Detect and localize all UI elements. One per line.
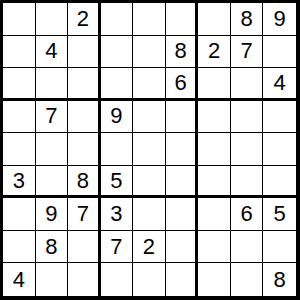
cell-r3c8[interactable]: [231, 68, 264, 101]
cell-r3c6[interactable]: 6: [166, 68, 199, 101]
cell-r7c1[interactable]: [3, 198, 36, 231]
cell-r6c2[interactable]: [36, 166, 69, 199]
cell-r5c5[interactable]: [133, 133, 166, 166]
cell-r8c1[interactable]: [3, 231, 36, 264]
cell-r6c6[interactable]: [166, 166, 199, 199]
cell-r5c7[interactable]: [198, 133, 231, 166]
cell-r8c4[interactable]: 7: [101, 231, 134, 264]
cell-r9c9[interactable]: 8: [263, 263, 296, 296]
cell-r5c9[interactable]: [263, 133, 296, 166]
cell-r4c8[interactable]: [231, 101, 264, 134]
cell-r2c8[interactable]: 7: [231, 36, 264, 69]
cell-r5c3[interactable]: [68, 133, 101, 166]
cell-r9c6[interactable]: [166, 263, 199, 296]
cell-r4c5[interactable]: [133, 101, 166, 134]
sudoku-board: 289482764793859736587248: [0, 0, 300, 300]
cell-r7c6[interactable]: [166, 198, 199, 231]
cell-r3c3[interactable]: [68, 68, 101, 101]
cell-r8c6[interactable]: [166, 231, 199, 264]
cell-r1c6[interactable]: [166, 3, 199, 36]
cell-r6c4[interactable]: 5: [101, 166, 134, 199]
cell-r1c3[interactable]: 2: [68, 3, 101, 36]
cell-r8c7[interactable]: [198, 231, 231, 264]
cell-r9c1[interactable]: 4: [3, 263, 36, 296]
cell-r1c4[interactable]: [101, 3, 134, 36]
cell-r9c5[interactable]: [133, 263, 166, 296]
cell-r7c4[interactable]: 3: [101, 198, 134, 231]
cell-r5c6[interactable]: [166, 133, 199, 166]
cell-r8c2[interactable]: 8: [36, 231, 69, 264]
cell-r7c7[interactable]: [198, 198, 231, 231]
cell-r4c7[interactable]: [198, 101, 231, 134]
cell-r5c2[interactable]: [36, 133, 69, 166]
cell-r1c5[interactable]: [133, 3, 166, 36]
cell-r3c4[interactable]: [101, 68, 134, 101]
cell-r4c2[interactable]: 7: [36, 101, 69, 134]
cell-r4c9[interactable]: [263, 101, 296, 134]
cell-r5c1[interactable]: [3, 133, 36, 166]
cell-r1c8[interactable]: 8: [231, 3, 264, 36]
cell-r8c8[interactable]: [231, 231, 264, 264]
cell-r9c3[interactable]: [68, 263, 101, 296]
cell-r8c5[interactable]: 2: [133, 231, 166, 264]
cell-r9c4[interactable]: [101, 263, 134, 296]
cell-r1c9[interactable]: 9: [263, 3, 296, 36]
cell-r3c9[interactable]: 4: [263, 68, 296, 101]
cell-r7c2[interactable]: 9: [36, 198, 69, 231]
cell-r2c4[interactable]: [101, 36, 134, 69]
cell-r6c8[interactable]: [231, 166, 264, 199]
cell-r3c7[interactable]: [198, 68, 231, 101]
cell-r2c9[interactable]: [263, 36, 296, 69]
cell-r3c2[interactable]: [36, 68, 69, 101]
cell-r9c8[interactable]: [231, 263, 264, 296]
cell-r2c5[interactable]: [133, 36, 166, 69]
cell-r6c7[interactable]: [198, 166, 231, 199]
cell-r6c1[interactable]: 3: [3, 166, 36, 199]
cell-r8c9[interactable]: [263, 231, 296, 264]
cell-r7c5[interactable]: [133, 198, 166, 231]
cell-r9c2[interactable]: [36, 263, 69, 296]
cell-r1c7[interactable]: [198, 3, 231, 36]
cell-r8c3[interactable]: [68, 231, 101, 264]
cell-r3c1[interactable]: [3, 68, 36, 101]
cell-r4c4[interactable]: 9: [101, 101, 134, 134]
cell-r7c8[interactable]: 6: [231, 198, 264, 231]
cell-r2c6[interactable]: 8: [166, 36, 199, 69]
cell-r7c3[interactable]: 7: [68, 198, 101, 231]
cell-r5c8[interactable]: [231, 133, 264, 166]
cell-r7c9[interactable]: 5: [263, 198, 296, 231]
cell-r9c7[interactable]: [198, 263, 231, 296]
cell-r1c1[interactable]: [3, 3, 36, 36]
cell-r6c5[interactable]: [133, 166, 166, 199]
cell-r5c4[interactable]: [101, 133, 134, 166]
cell-r6c3[interactable]: 8: [68, 166, 101, 199]
cell-r4c1[interactable]: [3, 101, 36, 134]
cell-r4c3[interactable]: [68, 101, 101, 134]
cell-r2c1[interactable]: [3, 36, 36, 69]
cell-r2c2[interactable]: 4: [36, 36, 69, 69]
cell-r6c9[interactable]: [263, 166, 296, 199]
cell-r1c2[interactable]: [36, 3, 69, 36]
cell-r2c7[interactable]: 2: [198, 36, 231, 69]
cell-r2c3[interactable]: [68, 36, 101, 69]
cell-r4c6[interactable]: [166, 101, 199, 134]
cell-r3c5[interactable]: [133, 68, 166, 101]
